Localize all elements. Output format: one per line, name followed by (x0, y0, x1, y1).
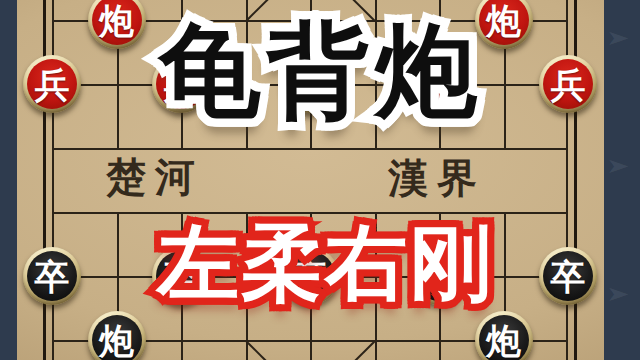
piece-face: 卒 (27, 251, 77, 301)
video-subtitle-text: 左柔右刚 (157, 219, 493, 308)
chevron-icon: ➤ (606, 156, 630, 177)
piece-face: 卒 (543, 251, 593, 301)
piece-face: 炮 (479, 0, 529, 45)
video-title-text: 龟背炮 (159, 16, 483, 126)
piece-character: 炮 (486, 323, 521, 358)
piece-character: 卒 (35, 259, 70, 294)
piece-face: 炮 (92, 315, 142, 360)
piece-black[interactable]: 炮 (88, 311, 146, 360)
piece-face: 兵 (543, 59, 593, 109)
piece-face: 炮 (92, 0, 142, 45)
piece-black[interactable]: 卒 (539, 247, 597, 305)
piece-character: 炮 (99, 3, 134, 38)
chevron-icon: ➤ (606, 284, 630, 305)
right-letterbox: ➤ ➤ ➤ (604, 0, 640, 360)
video-subtitle: 左柔右刚 左柔右刚 (157, 219, 493, 308)
piece-black[interactable]: 卒 (23, 247, 81, 305)
piece-character: 卒 (551, 259, 586, 294)
river-label-chu: 楚河 (106, 150, 204, 205)
video-title: 龟背炮 龟背炮 (159, 16, 483, 126)
left-letterbox (0, 0, 17, 360)
river-label-han: 漢界 (388, 151, 486, 206)
piece-character: 炮 (486, 3, 521, 38)
piece-character: 炮 (99, 323, 134, 358)
piece-character: 兵 (35, 67, 70, 102)
chevron-icon: ➤ (606, 28, 630, 49)
piece-black[interactable]: 炮 (475, 311, 533, 360)
piece-face: 炮 (479, 315, 529, 360)
piece-red[interactable]: 兵 (539, 55, 597, 113)
piece-character: 兵 (551, 67, 586, 102)
piece-face: 兵 (27, 59, 77, 109)
piece-red[interactable]: 兵 (23, 55, 81, 113)
